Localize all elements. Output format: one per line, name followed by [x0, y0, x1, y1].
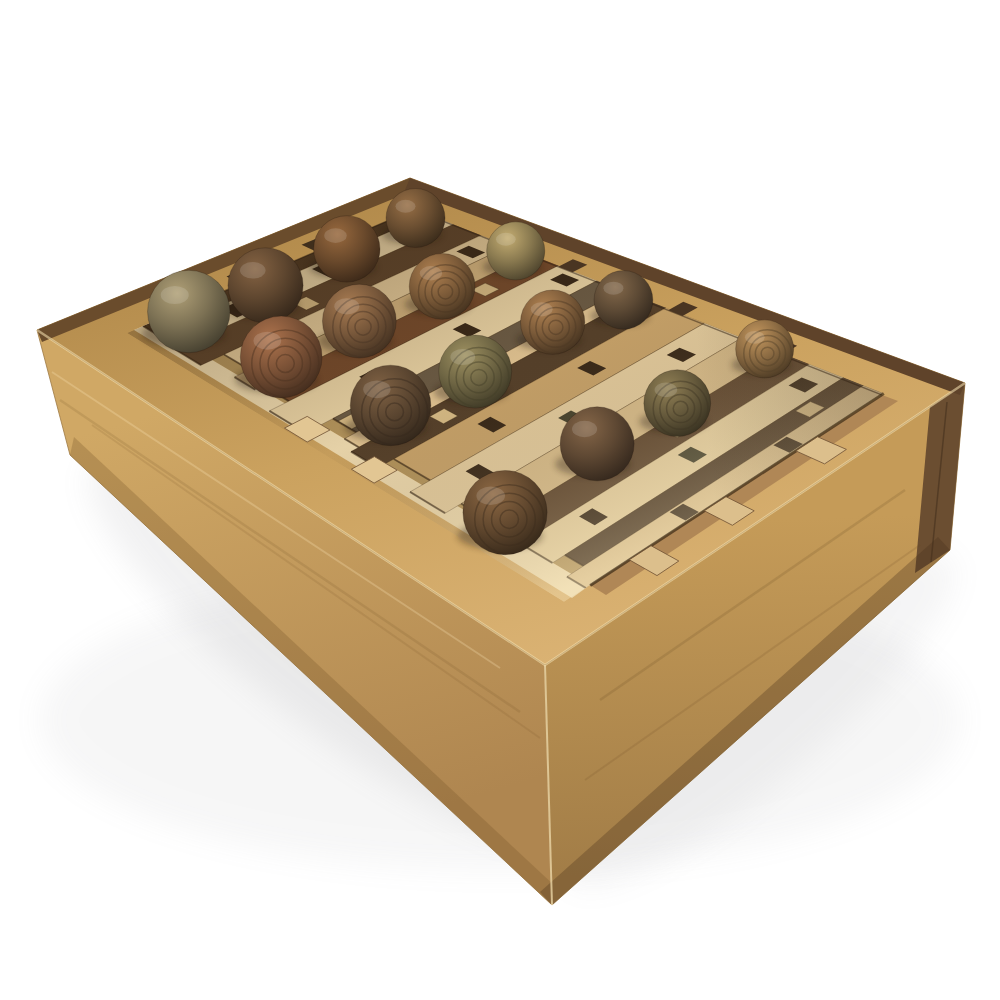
- cell-track2-slot2[interactable]: [320, 307, 513, 405]
- cell-track2-slot1[interactable]: [320, 209, 513, 307]
- cell-track3-slot4[interactable]: [513, 504, 706, 602]
- cell-track4-slot4[interactable]: [705, 504, 898, 602]
- cell-track4-slot2[interactable]: [705, 307, 898, 405]
- cell-track1-slot2[interactable]: [127, 307, 320, 405]
- cell-track3-slot3[interactable]: [513, 406, 706, 504]
- cell-track2-slot4[interactable]: [320, 504, 513, 602]
- cell-track4-slot3[interactable]: [705, 406, 898, 504]
- cell-track1-slot3[interactable]: [127, 406, 320, 504]
- cell-track3-slot2[interactable]: [513, 307, 706, 405]
- cell-track4-slot1[interactable]: [705, 209, 898, 307]
- cell-track1-slot4[interactable]: [127, 504, 320, 602]
- cell-track1-slot1[interactable]: [127, 209, 320, 307]
- cell-track3-slot1[interactable]: [513, 209, 706, 307]
- cell-track2-slot3[interactable]: [320, 406, 513, 504]
- photo-scene: [0, 0, 1000, 1000]
